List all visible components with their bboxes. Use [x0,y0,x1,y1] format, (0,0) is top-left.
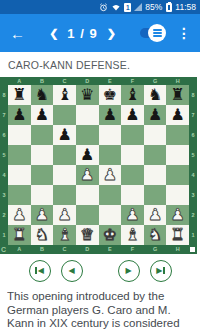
square-g6[interactable] [144,125,167,145]
rank-labels-left: 87654321 [0,85,8,245]
alarm-icon [99,3,108,12]
file-label-f: F [121,77,144,85]
skip-first-icon: ◀ [38,267,44,275]
rank-label-8: 8 [189,85,197,105]
square-c7[interactable] [53,105,76,125]
file-label-f: F [121,245,144,254]
description-line-4: to be one of the most reliable [7,331,193,334]
black-pawn: ♟ [80,147,94,163]
black-queen: ♛ [80,87,94,103]
square-g2[interactable]: ♟ [144,205,167,225]
square-a3[interactable] [8,185,31,205]
black-knight: ♞ [148,87,162,103]
square-g4[interactable] [144,165,167,185]
black-bishop: ♝ [125,87,139,103]
file-label-c: C [53,77,76,85]
square-f1[interactable]: ♝ [121,225,144,245]
square-h8[interactable]: ♜ [166,85,189,105]
rank-label-5: 5 [189,145,197,165]
square-a6[interactable] [8,125,31,145]
square-b5[interactable] [31,145,54,165]
square-d7[interactable] [76,105,99,125]
battery-percent: 85% [145,0,162,14]
description-line-2: German players G. Caro and M. [7,304,193,318]
square-f8[interactable]: ♝ [121,85,144,105]
square-a5[interactable] [8,145,31,165]
white-knight: ♞ [35,227,49,243]
battery-icon [166,3,172,12]
file-label-d: D [76,245,99,254]
rank-label-4: 4 [189,165,197,185]
rank-label-1: 1 [0,225,8,245]
white-queen: ♛ [80,227,94,243]
overflow-menu-icon[interactable]: ⋮ [174,25,194,41]
file-label-a: A [8,77,31,85]
square-e7[interactable]: ♟ [99,105,122,125]
file-label-c: C [53,245,76,254]
file-label-e: E [99,245,122,254]
black-pawn: ♟ [125,107,139,123]
square-a8[interactable]: ♜ [8,85,31,105]
prev-page-icon[interactable]: ❮ [49,27,58,40]
file-label-e: E [99,77,122,85]
square-f6[interactable] [121,125,144,145]
square-g7[interactable]: ♟ [144,105,167,125]
file-label-g: G [144,77,167,85]
square-f7[interactable]: ♟ [121,105,144,125]
square-d4[interactable]: ♟ [76,165,99,185]
rank-label-4: 4 [0,165,8,185]
square-g3[interactable] [144,185,167,205]
white-bishop: ♝ [57,227,71,243]
rank-label-1: 1 [189,225,197,245]
rank-labels-right: 87654321 [189,85,197,245]
file-label-d: D [76,77,99,85]
square-c5[interactable] [53,145,76,165]
square-e6[interactable] [99,125,122,145]
square-e2[interactable] [99,205,122,225]
prev-move-button[interactable]: ◀ [61,260,83,282]
pager: ❮ 1 / 9 ❯ [25,26,140,41]
rank-label-8: 8 [0,85,8,105]
square-b6[interactable] [31,125,54,145]
white-to-move-indicator [190,247,195,252]
square-h5[interactable] [166,145,189,165]
square-f3[interactable] [121,185,144,205]
square-c3[interactable] [53,185,76,205]
page-indicator: 1 / 9 [67,26,97,41]
file-labels-bottom: C ABCDEFGH [0,245,197,254]
square-e4[interactable]: ♟ [99,165,122,185]
black-pawn: ♟ [12,107,26,123]
black-king: ♚ [103,87,117,103]
square-h1[interactable]: ♜ [166,225,189,245]
black-pawn: ♟ [35,107,49,123]
description-line-3: Kann in XIX century is considered [7,317,193,331]
white-pawn: ♟ [12,207,26,223]
square-c6[interactable]: ♟ [53,125,76,145]
skip-last-icon: ▶ [156,267,162,275]
first-move-button[interactable]: ◀ [29,260,51,282]
status-bar: 1 85% 11:58 [0,0,200,14]
page-title: CARO-KANN DEFENSE. [8,59,192,71]
white-pawn: ♟ [125,207,139,223]
square-d1[interactable]: ♛ [76,225,99,245]
next-move-button[interactable]: ▶ [118,260,140,282]
square-c8[interactable]: ♝ [53,85,76,105]
rank-label-3: 3 [0,185,8,205]
square-f4[interactable] [121,165,144,185]
square-b8[interactable]: ♞ [31,85,54,105]
square-b7[interactable]: ♟ [31,105,54,125]
white-pawn: ♟ [171,207,185,223]
signal-icon [134,3,142,11]
square-d6[interactable] [76,125,99,145]
chess-board: ABCDEFGH 87654321 ♜♞♝♛♚♝♞♜♟♟♟♟♟♟♟♟♟♟♟♟♟♟… [0,77,197,254]
square-h4[interactable] [166,165,189,185]
square-b3[interactable] [31,185,54,205]
white-king: ♚ [103,227,117,243]
list-toggle[interactable] [140,23,166,43]
square-b4[interactable] [31,165,54,185]
white-pawn: ♟ [35,207,49,223]
white-bishop: ♝ [125,227,139,243]
square-d2[interactable] [76,205,99,225]
white-pawn: ♟ [80,167,94,183]
prev-icon: ◀ [68,267,74,275]
rank-label-6: 6 [0,125,8,145]
next-icon: ▶ [125,267,131,275]
move-controls: ◀ ◀ ▶ ▶ [0,254,200,287]
back-arrow-icon[interactable]: ← [10,25,25,42]
white-rook: ♜ [171,227,185,243]
square-c1[interactable]: ♝ [53,225,76,245]
white-pawn: ♟ [148,207,162,223]
black-pawn: ♟ [103,107,117,123]
square-h2[interactable]: ♟ [166,205,189,225]
square-g1[interactable]: ♞ [144,225,167,245]
app-logo: C [1,245,6,254]
black-rook: ♜ [12,87,26,103]
square-h7[interactable]: ♟ [166,105,189,125]
file-label-b: B [31,245,54,254]
square-d8[interactable]: ♛ [76,85,99,105]
square-f2[interactable]: ♟ [121,205,144,225]
black-pawn: ♟ [171,107,185,123]
square-b2[interactable]: ♟ [31,205,54,225]
square-a2[interactable]: ♟ [8,205,31,225]
black-rook: ♜ [171,87,185,103]
square-a1[interactable]: ♜ [8,225,31,245]
white-rook: ♜ [12,227,26,243]
square-d5[interactable]: ♟ [76,145,99,165]
file-label-b: B [31,77,54,85]
square-e1[interactable]: ♚ [99,225,122,245]
square-e3[interactable] [99,185,122,205]
nav-bar: ← ❮ 1 / 9 ❯ ⋮ [0,14,200,52]
square-h6[interactable] [166,125,189,145]
square-h3[interactable] [166,185,189,205]
black-pawn: ♟ [148,107,162,123]
square-g8[interactable]: ♞ [144,85,167,105]
rank-label-3: 3 [189,185,197,205]
square-f5[interactable] [121,145,144,165]
square-e8[interactable]: ♚ [99,85,122,105]
white-knight: ♞ [148,227,162,243]
white-pawn: ♟ [57,207,71,223]
file-label-h: H [166,77,189,85]
clock-text: 11:58 [175,0,196,14]
square-e5[interactable] [99,145,122,165]
square-c4[interactable] [53,165,76,185]
description-line-1: This opening introduced by the [7,290,193,304]
black-bishop: ♝ [57,87,71,103]
rank-label-6: 6 [189,125,197,145]
rank-label-5: 5 [0,145,8,165]
file-label-h: H [166,245,189,254]
wifi-icon [111,3,121,12]
black-pawn: ♟ [57,127,71,143]
sim-icon: 1 [124,3,131,12]
last-move-button[interactable]: ▶ [150,260,172,282]
square-d3[interactable] [76,185,99,205]
square-c2[interactable]: ♟ [53,205,76,225]
hamburger-icon [148,24,166,42]
file-label-a: A [8,245,31,254]
opening-description: This opening introduced by theGerman pla… [7,290,193,333]
rank-label-7: 7 [0,105,8,125]
rank-label-2: 2 [189,205,197,225]
file-label-g: G [144,245,167,254]
file-labels-top: ABCDEFGH [0,77,197,85]
rank-label-2: 2 [0,205,8,225]
square-g5[interactable] [144,145,167,165]
black-knight: ♞ [35,87,49,103]
board-grid: ♜♞♝♛♚♝♞♜♟♟♟♟♟♟♟♟♟♟♟♟♟♟♟♟♜♞♝♛♚♝♞♜ [8,85,189,245]
square-b1[interactable]: ♞ [31,225,54,245]
next-page-icon[interactable]: ❯ [107,27,116,40]
square-a7[interactable]: ♟ [8,105,31,125]
square-a4[interactable] [8,165,31,185]
rank-label-7: 7 [189,105,197,125]
white-pawn: ♟ [103,167,117,183]
